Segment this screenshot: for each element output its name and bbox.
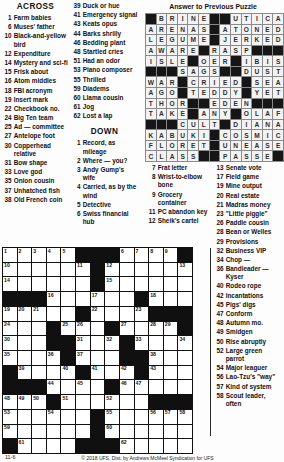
cell-number: 4 bbox=[48, 249, 51, 254]
grid-cell[interactable] bbox=[149, 380, 163, 394]
grid-cell[interactable]: 15 bbox=[105, 277, 119, 291]
grid-cell[interactable] bbox=[178, 425, 192, 439]
answer-letter-cell: D bbox=[210, 88, 220, 98]
answer-block-cell bbox=[210, 151, 220, 161]
grid-cell[interactable]: 52 bbox=[105, 395, 119, 409]
answer-letter-cell: L bbox=[167, 56, 177, 66]
grid-cell[interactable]: 16 bbox=[47, 292, 61, 306]
block-cell bbox=[120, 336, 134, 350]
answer-letter-cell: S bbox=[263, 67, 273, 77]
grid-cell[interactable] bbox=[18, 410, 32, 424]
answer-letter-cell: D bbox=[220, 88, 230, 98]
grid-cell[interactable] bbox=[18, 277, 32, 291]
grid-cell[interactable]: 40 bbox=[61, 366, 75, 380]
grid-cell[interactable] bbox=[164, 425, 178, 439]
clue-6: 6Muses' father bbox=[2, 23, 69, 31]
answer-letter-cell: D bbox=[242, 67, 252, 77]
grid-cell[interactable]: 6 bbox=[120, 248, 134, 262]
clue-number: 59 bbox=[71, 85, 83, 93]
grid-cell[interactable] bbox=[61, 439, 75, 453]
answer-letter-cell: K bbox=[167, 109, 177, 119]
grid-cell[interactable] bbox=[164, 292, 178, 306]
grid-cell[interactable]: 19 bbox=[3, 307, 17, 321]
clue-number: 54 bbox=[214, 364, 226, 372]
clue-number: 16 bbox=[2, 77, 14, 85]
clue-6: 6Swiss financial hub bbox=[71, 210, 138, 226]
clue-38: 38Old French coin bbox=[2, 196, 69, 204]
grid-cell[interactable]: 36 bbox=[47, 351, 61, 365]
grid-cell[interactable] bbox=[76, 410, 90, 424]
grid-cell[interactable]: 43 bbox=[149, 366, 163, 380]
clue-text: Unhatched fish bbox=[14, 187, 69, 195]
clue-5: 5Detective bbox=[71, 201, 138, 209]
grid-cell[interactable]: 28 bbox=[149, 322, 163, 336]
grid-cell[interactable] bbox=[164, 439, 178, 453]
clue-37: 37Unhatched fish bbox=[2, 187, 69, 195]
answer-letter-cell: T bbox=[188, 88, 198, 98]
grid-cell[interactable]: 58 bbox=[178, 410, 192, 424]
answer-letter-cell: E bbox=[263, 35, 273, 45]
grid-cell[interactable]: 20 bbox=[18, 307, 32, 321]
answer-letter-cell: I bbox=[242, 56, 252, 66]
clue-26: 26Paddle cousin bbox=[214, 219, 282, 227]
grid-cell[interactable] bbox=[120, 292, 134, 306]
grid-cell[interactable] bbox=[61, 307, 75, 321]
grid-cell[interactable] bbox=[91, 395, 105, 409]
grid-cell[interactable]: 8 bbox=[149, 248, 163, 262]
grid-cell[interactable]: 49 bbox=[18, 395, 32, 409]
grid-cell[interactable]: 57 bbox=[164, 410, 178, 424]
grid-cell[interactable] bbox=[164, 351, 178, 365]
block-cell bbox=[3, 366, 17, 380]
grid-cell[interactable] bbox=[105, 366, 119, 380]
answer-letter-cell: E bbox=[199, 88, 209, 98]
block-cell bbox=[61, 336, 75, 350]
cell-number: 28 bbox=[150, 322, 156, 327]
clue-text: Pigs' digs bbox=[226, 301, 282, 309]
clue-number: 6 bbox=[2, 23, 14, 31]
grid-cell[interactable]: 26 bbox=[76, 322, 90, 336]
grid-cell[interactable] bbox=[135, 322, 149, 336]
clue-text: Wrist-to-elbow bone bbox=[158, 173, 211, 189]
grid-cell[interactable] bbox=[61, 263, 75, 277]
grid-cell[interactable] bbox=[164, 380, 178, 394]
clue-58: 58Scout leader, often bbox=[214, 392, 282, 408]
answer-letter-cell: T bbox=[231, 25, 241, 35]
clue-text: Love god bbox=[14, 168, 69, 176]
grid-cell[interactable] bbox=[32, 439, 46, 453]
answer-letter-cell: C bbox=[263, 14, 273, 24]
answer-letter-cell: O bbox=[242, 25, 252, 35]
grid-cell[interactable] bbox=[105, 292, 119, 306]
answer-letter-cell: A bbox=[157, 77, 167, 87]
grid-cell[interactable]: 25 bbox=[61, 322, 75, 336]
answer-letter-cell: E bbox=[210, 99, 220, 109]
grid-cell[interactable] bbox=[61, 410, 75, 424]
answer-letter-cell: I bbox=[263, 56, 273, 66]
grid-cell[interactable]: 1 bbox=[3, 248, 17, 262]
grid-cell[interactable] bbox=[135, 439, 149, 453]
clue-text: Black-and-yellow bird bbox=[14, 32, 69, 48]
grid-cell[interactable] bbox=[32, 322, 46, 336]
clue-text: Antelope foot bbox=[14, 132, 69, 140]
grid-cell[interactable] bbox=[76, 425, 90, 439]
answer-letter-cell: C bbox=[146, 151, 156, 161]
grid-cell[interactable]: 24 bbox=[3, 322, 17, 336]
grid-cell[interactable] bbox=[178, 380, 192, 394]
grid-cell[interactable]: 33 bbox=[135, 336, 149, 350]
answer-letter-cell: A bbox=[252, 141, 262, 151]
grid-cell[interactable] bbox=[32, 410, 46, 424]
clue-number: 50 bbox=[214, 338, 226, 346]
answer-letter-cell: N bbox=[178, 25, 188, 35]
clue-text: Mystery and sci-fi bbox=[14, 59, 69, 67]
block-cell bbox=[91, 439, 105, 453]
grid-cell[interactable]: 41 bbox=[91, 366, 105, 380]
clue-number: 43 bbox=[71, 20, 83, 28]
cell-number: 49 bbox=[19, 396, 25, 401]
grid-cell[interactable] bbox=[91, 322, 105, 336]
grid-cell[interactable]: 51 bbox=[61, 395, 75, 409]
block-cell bbox=[76, 439, 90, 453]
grid-cell[interactable]: 5 bbox=[61, 248, 75, 262]
clue-number: 2 bbox=[71, 157, 83, 165]
cell-number: 39 bbox=[19, 366, 25, 371]
answer-block-cell bbox=[199, 46, 209, 56]
grid-cell[interactable] bbox=[135, 263, 149, 277]
grid-cell[interactable]: 38 bbox=[149, 351, 163, 365]
grid-cell[interactable] bbox=[135, 395, 149, 409]
cell-number: 55 bbox=[106, 410, 112, 415]
grid-cell[interactable] bbox=[135, 277, 149, 291]
block-cell bbox=[47, 395, 61, 409]
answer-letter-cell: E bbox=[242, 141, 252, 151]
answer-letter-cell: E bbox=[263, 25, 273, 35]
cell-number: 45 bbox=[77, 381, 83, 386]
block-cell bbox=[32, 292, 46, 306]
grid-cell[interactable]: 53 bbox=[3, 410, 17, 424]
answer-letter-cell: S bbox=[252, 77, 262, 87]
cell-number: 25 bbox=[62, 322, 68, 327]
grid-cell[interactable]: 50 bbox=[32, 395, 46, 409]
grid-cell[interactable] bbox=[178, 277, 192, 291]
grid-cell[interactable] bbox=[76, 292, 90, 306]
grid-cell[interactable] bbox=[149, 439, 163, 453]
grid-cell[interactable]: 29 bbox=[164, 322, 178, 336]
grid-cell[interactable]: 44 bbox=[47, 380, 61, 394]
cell-number: 57 bbox=[165, 410, 171, 415]
answer-letter-cell: R bbox=[157, 25, 167, 35]
cell-number: 5 bbox=[62, 249, 65, 254]
grid-cell[interactable] bbox=[178, 292, 192, 306]
clue-number: 8 bbox=[146, 173, 158, 189]
answer-letter-cell: D bbox=[231, 120, 241, 130]
answer-letter-cell: S bbox=[157, 56, 167, 66]
answer-letter-cell: S bbox=[199, 25, 209, 35]
grid-cell[interactable] bbox=[47, 263, 61, 277]
grid-cell[interactable]: 37 bbox=[76, 351, 90, 365]
grid-cell[interactable]: 18 bbox=[149, 292, 163, 306]
grid-cell[interactable] bbox=[91, 351, 105, 365]
grid-cell[interactable] bbox=[47, 425, 61, 439]
grid-cell[interactable]: 54 bbox=[47, 410, 61, 424]
answer-block-cell bbox=[188, 99, 198, 109]
answer-block-cell bbox=[146, 67, 156, 77]
answer-letter-cell: T bbox=[146, 99, 156, 109]
grid-cell[interactable]: 10 bbox=[3, 263, 17, 277]
answer-block-cell bbox=[263, 99, 273, 109]
answer-letter-cell: N bbox=[263, 120, 273, 130]
grid-cell[interactable]: 9 bbox=[164, 248, 178, 262]
clue-50: 50Rise abruptly bbox=[214, 338, 282, 346]
answer-letter-cell: E bbox=[157, 35, 167, 45]
cell-number: 7 bbox=[136, 249, 139, 254]
grid-cell[interactable]: 46 bbox=[120, 380, 134, 394]
answer-letter-cell: O bbox=[167, 88, 177, 98]
grid-cell[interactable]: 59 bbox=[3, 425, 17, 439]
grid-cell[interactable] bbox=[32, 336, 46, 350]
answer-letter-cell: A bbox=[146, 46, 156, 56]
grid-cell[interactable] bbox=[178, 439, 192, 453]
grid-cell[interactable] bbox=[178, 351, 192, 365]
clue-text: Duck or hue bbox=[83, 2, 138, 10]
clue-text: Mine output bbox=[226, 182, 282, 190]
clue-number: 56 bbox=[214, 373, 226, 381]
puzzle-grid[interactable]: 1234567891011121314151617181920212223242… bbox=[2, 247, 193, 454]
grid-cell[interactable] bbox=[32, 425, 46, 439]
grid-cell[interactable] bbox=[18, 351, 32, 365]
grid-cell[interactable]: 13 bbox=[178, 263, 192, 277]
grid-cell[interactable] bbox=[32, 351, 46, 365]
cell-number: 36 bbox=[48, 352, 54, 357]
answer-block-cell bbox=[210, 25, 220, 35]
clue-number: 38 bbox=[2, 196, 14, 204]
clue-text: Had an odor bbox=[83, 57, 138, 65]
clue-number: 58 bbox=[214, 392, 226, 408]
grid-cell[interactable] bbox=[47, 366, 61, 380]
grid-cell[interactable] bbox=[32, 277, 46, 291]
copyright: © 2018 UFS, Dist. by Andrews McMeel Synd… bbox=[40, 455, 255, 461]
cell-number: 61 bbox=[19, 440, 25, 445]
answer-block-cell bbox=[199, 151, 209, 161]
clue-text: Rodeo rope bbox=[226, 282, 282, 290]
grid-cell[interactable]: 62 bbox=[120, 439, 134, 453]
grid-cell[interactable] bbox=[120, 410, 134, 424]
block-cell bbox=[149, 395, 163, 409]
grid-cell[interactable] bbox=[120, 425, 134, 439]
answer-block-cell bbox=[252, 46, 262, 56]
cell-number: 34 bbox=[179, 337, 185, 342]
grid-cell[interactable] bbox=[164, 336, 178, 350]
grid-cell[interactable] bbox=[178, 366, 192, 380]
answer-block-cell bbox=[220, 67, 230, 77]
clue-15: 15Frisk about bbox=[2, 68, 69, 76]
block-cell bbox=[135, 351, 149, 365]
cell-number: 35 bbox=[4, 352, 10, 357]
grid-cell[interactable] bbox=[76, 277, 90, 291]
grid-cell[interactable]: 12 bbox=[105, 263, 119, 277]
cell-number: 27 bbox=[121, 322, 127, 327]
clue-33: 33Love god bbox=[2, 168, 69, 176]
grid-cell[interactable]: 31 bbox=[76, 336, 90, 350]
clue-19: 19Mine output bbox=[214, 182, 282, 190]
grid-cell[interactable]: 21 bbox=[32, 307, 46, 321]
clue-number: 57 bbox=[214, 383, 226, 391]
grid-cell[interactable] bbox=[91, 380, 105, 394]
clue-number: 4 bbox=[71, 183, 83, 199]
grid-cell[interactable] bbox=[105, 307, 119, 321]
clue-number: 35 bbox=[2, 177, 14, 185]
clue-number: 48 bbox=[214, 319, 226, 327]
clue-number: 19 bbox=[214, 182, 226, 190]
clue-text: Farm babies bbox=[14, 14, 69, 22]
block-cell bbox=[91, 263, 105, 277]
answer-letter-cell: U bbox=[188, 120, 198, 130]
grid-cell[interactable] bbox=[61, 425, 75, 439]
answer-letter-cell: T bbox=[273, 88, 283, 98]
grid-cell[interactable] bbox=[18, 322, 32, 336]
grid-cell[interactable] bbox=[149, 336, 163, 350]
grid-cell[interactable] bbox=[135, 410, 149, 424]
clue-57: 57Kind of system bbox=[214, 383, 282, 391]
grid-cell[interactable]: 22 bbox=[91, 307, 105, 321]
grid-cell[interactable] bbox=[164, 277, 178, 291]
grid-cell[interactable] bbox=[32, 366, 46, 380]
grid-cell[interactable] bbox=[76, 395, 90, 409]
cell-number: 62 bbox=[121, 440, 127, 445]
grid-cell[interactable]: 55 bbox=[105, 410, 119, 424]
answer-letter-cell: I bbox=[178, 14, 188, 24]
block-cell bbox=[178, 248, 192, 262]
answer-letter-cell: E bbox=[231, 99, 241, 109]
grid-cell[interactable]: 23 bbox=[135, 307, 149, 321]
answer-letter-cell: I bbox=[146, 56, 156, 66]
answer-letter-cell: W bbox=[157, 46, 167, 56]
clue-text: Paddle cousin bbox=[226, 219, 282, 227]
answer-letter-cell: E bbox=[188, 141, 198, 151]
answer-letter-cell: A bbox=[220, 46, 230, 56]
grid-cell[interactable] bbox=[135, 425, 149, 439]
grid-cell[interactable]: 2 bbox=[18, 248, 32, 262]
grid-cell[interactable]: 48 bbox=[3, 395, 17, 409]
grid-cell[interactable] bbox=[47, 277, 61, 291]
grid-cell[interactable] bbox=[149, 277, 163, 291]
answer-letter-cell: E bbox=[263, 77, 273, 87]
answer-letter-cell: I bbox=[263, 130, 273, 140]
grid-cell[interactable] bbox=[18, 263, 32, 277]
grid-cell[interactable]: 17 bbox=[91, 292, 105, 306]
clue-8: 8Wrist-to-elbow bone bbox=[146, 173, 211, 189]
clue-text: FBI acronym bbox=[14, 87, 69, 95]
clue-text: Real estate bbox=[226, 192, 282, 200]
clue-34: 34Chop — bbox=[214, 256, 282, 264]
cell-number: 2 bbox=[19, 249, 22, 254]
grid-cell[interactable]: 3 bbox=[32, 248, 46, 262]
clue-39: 39Duck or hue bbox=[71, 2, 138, 10]
clue-text: Bandleader — Kyser bbox=[226, 265, 282, 281]
clue-number: 42 bbox=[214, 292, 226, 300]
clue-number: 17 bbox=[214, 173, 226, 181]
grid-cell[interactable] bbox=[120, 395, 134, 409]
clue-text: Thrilled bbox=[83, 76, 138, 84]
grid-cell[interactable] bbox=[164, 366, 178, 380]
clue-23: 23"Little piggie" bbox=[214, 210, 282, 218]
answer-letter-cell: O bbox=[167, 141, 177, 151]
answer-letter-cell: E bbox=[199, 14, 209, 24]
grid-cell[interactable] bbox=[120, 307, 134, 321]
cell-number: 37 bbox=[77, 352, 83, 357]
grid-cell[interactable]: 7 bbox=[135, 248, 149, 262]
answer-letter-cell: J bbox=[220, 35, 230, 45]
grid-cell[interactable]: 47 bbox=[135, 380, 149, 394]
answer-letter-cell: U bbox=[178, 35, 188, 45]
answer-letter-cell: M bbox=[252, 130, 262, 140]
grid-cell[interactable] bbox=[18, 336, 32, 350]
grid-cell[interactable] bbox=[149, 263, 163, 277]
grid-cell[interactable]: 4 bbox=[47, 248, 61, 262]
grid-cell[interactable]: 14 bbox=[3, 277, 17, 291]
grid-cell[interactable] bbox=[149, 425, 163, 439]
grid-cell[interactable] bbox=[120, 277, 134, 291]
clue-text: Incantations bbox=[226, 292, 282, 300]
grid-cell[interactable]: 39 bbox=[18, 366, 32, 380]
clue-text: Insert mark bbox=[14, 96, 69, 104]
answer-block-cell bbox=[178, 77, 188, 87]
grid-cell[interactable] bbox=[47, 307, 61, 321]
grid-cell[interactable] bbox=[61, 277, 75, 291]
grid-cell[interactable]: 11 bbox=[76, 263, 90, 277]
answer-letter-cell: S bbox=[178, 67, 188, 77]
grid-cell[interactable]: 56 bbox=[149, 410, 163, 424]
grid-cell[interactable]: 30 bbox=[3, 336, 17, 350]
clue-4: 4Carried, as by the wind bbox=[71, 183, 138, 199]
answer-letter-cell: I bbox=[210, 77, 220, 87]
clue-number: 61 bbox=[71, 103, 83, 111]
clue-text: Record, as mileage bbox=[83, 139, 138, 155]
answer-letter-cell: D bbox=[231, 77, 241, 87]
grid-cell[interactable] bbox=[105, 351, 119, 365]
clue-text: Swiss financial hub bbox=[83, 210, 138, 226]
answer-letter-cell: S bbox=[231, 46, 241, 56]
grid-cell[interactable]: 42 bbox=[120, 366, 134, 380]
grid-cell[interactable] bbox=[61, 380, 75, 394]
grid-cell[interactable] bbox=[61, 292, 75, 306]
block-cell bbox=[164, 395, 178, 409]
grid-cell[interactable]: 34 bbox=[178, 336, 192, 350]
grid-cell[interactable]: 45 bbox=[76, 380, 90, 394]
grid-cell[interactable] bbox=[47, 439, 61, 453]
answer-letter-cell: O bbox=[199, 56, 209, 66]
grid-cell[interactable]: 60 bbox=[105, 425, 119, 439]
answer-letter-cell: T bbox=[242, 14, 252, 24]
grid-cell[interactable]: 35 bbox=[3, 351, 17, 365]
grid-cell[interactable]: 61 bbox=[18, 439, 32, 453]
grid-cell[interactable]: 27 bbox=[120, 322, 134, 336]
grid-cell[interactable]: 32 bbox=[105, 336, 119, 350]
clue-number: 10 bbox=[2, 32, 14, 48]
grid-cell[interactable] bbox=[164, 263, 178, 277]
clue-number: 34 bbox=[214, 256, 226, 264]
clue-36: 36Bandleader — Kyser bbox=[214, 265, 282, 281]
clue-text: Big Ten team bbox=[14, 114, 69, 122]
grid-cell[interactable] bbox=[32, 263, 46, 277]
answer-letter-cell: A bbox=[273, 14, 283, 24]
block-cell bbox=[76, 307, 90, 321]
grid-cell[interactable] bbox=[18, 425, 32, 439]
grid-cell[interactable] bbox=[91, 336, 105, 350]
clue-text: Llama cousin bbox=[83, 94, 138, 102]
grid-cell[interactable] bbox=[120, 263, 134, 277]
